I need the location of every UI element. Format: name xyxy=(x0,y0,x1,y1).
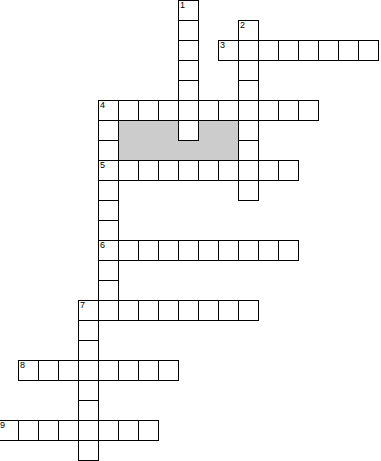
cell-r8-c14[interactable] xyxy=(278,160,299,181)
cell-r8-c12[interactable] xyxy=(238,160,259,181)
cell-r12-c11[interactable] xyxy=(218,240,239,261)
cell-r15-c10[interactable] xyxy=(198,300,219,321)
cell-r18-c3[interactable] xyxy=(58,360,79,381)
shaded-cell-r7-c7 xyxy=(138,140,159,161)
cell-r12-c5[interactable]: 6 xyxy=(98,240,119,261)
cell-r6-c12[interactable] xyxy=(238,120,259,141)
cell-r21-c2[interactable] xyxy=(38,420,59,441)
cell-r4-c12[interactable] xyxy=(238,80,259,101)
cell-r4-c9[interactable] xyxy=(178,80,199,101)
cell-r5-c13[interactable] xyxy=(258,100,279,121)
shaded-cell-r7-c8 xyxy=(158,140,179,161)
cell-r5-c14[interactable] xyxy=(278,100,299,121)
cell-r12-c9[interactable] xyxy=(178,240,199,261)
cell-r8-c8[interactable] xyxy=(158,160,179,181)
cell-r15-c11[interactable] xyxy=(218,300,239,321)
cell-r12-c10[interactable] xyxy=(198,240,219,261)
cell-r20-c4[interactable] xyxy=(78,400,99,421)
cell-r6-c5[interactable] xyxy=(98,120,119,141)
cell-r7-c12[interactable] xyxy=(238,140,259,161)
cell-r5-c7[interactable] xyxy=(138,100,159,121)
cell-r15-c7[interactable] xyxy=(138,300,159,321)
cell-r21-c1[interactable] xyxy=(18,420,39,441)
cell-r21-c5[interactable] xyxy=(98,420,119,441)
cell-r21-c6[interactable] xyxy=(118,420,139,441)
cell-r2-c14[interactable] xyxy=(278,40,299,61)
cell-r2-c18[interactable] xyxy=(358,40,379,61)
cell-r21-c7[interactable] xyxy=(138,420,159,441)
shaded-cell-r6-c6 xyxy=(118,120,139,141)
cell-r8-c5[interactable]: 5 xyxy=(98,160,119,181)
cell-r15-c4[interactable]: 7 xyxy=(78,300,99,321)
clue-number: 7 xyxy=(80,301,85,310)
clue-number: 9 xyxy=(0,421,5,430)
cell-r2-c13[interactable] xyxy=(258,40,279,61)
cell-r12-c6[interactable] xyxy=(118,240,139,261)
clue-number: 6 xyxy=(100,241,105,250)
shaded-cell-r7-c10 xyxy=(198,140,219,161)
cell-r8-c13[interactable] xyxy=(258,160,279,181)
cell-r8-c11[interactable] xyxy=(218,160,239,181)
cell-r8-c10[interactable] xyxy=(198,160,219,181)
cell-r16-c4[interactable] xyxy=(78,320,99,341)
cell-r12-c8[interactable] xyxy=(158,240,179,261)
cell-r1-c9[interactable] xyxy=(178,20,199,41)
cell-r10-c5[interactable] xyxy=(98,200,119,221)
cell-r0-c9[interactable]: 1 xyxy=(178,0,199,21)
shaded-cell-r6-c10 xyxy=(198,120,219,141)
cell-r2-c11[interactable]: 3 xyxy=(218,40,239,61)
cell-r12-c13[interactable] xyxy=(258,240,279,261)
cell-r15-c12[interactable] xyxy=(238,300,259,321)
cell-r5-c6[interactable] xyxy=(118,100,139,121)
cell-r2-c9[interactable] xyxy=(178,40,199,61)
cell-r17-c4[interactable] xyxy=(78,340,99,361)
cell-r22-c4[interactable] xyxy=(78,440,99,461)
cell-r12-c12[interactable] xyxy=(238,240,259,261)
cell-r5-c9[interactable] xyxy=(178,100,199,121)
cell-r14-c5[interactable] xyxy=(98,280,119,301)
cell-r18-c1[interactable]: 8 xyxy=(18,360,39,381)
cell-r5-c5[interactable]: 4 xyxy=(98,100,119,121)
shaded-cell-r7-c11 xyxy=(218,140,239,161)
cell-r5-c15[interactable] xyxy=(298,100,319,121)
crossword-board: 123456789 xyxy=(0,0,381,461)
cell-r9-c5[interactable] xyxy=(98,180,119,201)
cell-r13-c5[interactable] xyxy=(98,260,119,281)
clue-number: 2 xyxy=(240,21,245,30)
clue-number: 1 xyxy=(180,1,185,10)
cell-r15-c6[interactable] xyxy=(118,300,139,321)
cell-r21-c4[interactable] xyxy=(78,420,99,441)
cell-r7-c5[interactable] xyxy=(98,140,119,161)
cell-r15-c9[interactable] xyxy=(178,300,199,321)
cell-r5-c12[interactable] xyxy=(238,100,259,121)
cell-r8-c9[interactable] xyxy=(178,160,199,181)
cell-r18-c5[interactable] xyxy=(98,360,119,381)
clue-number: 8 xyxy=(20,361,25,370)
shaded-cell-r6-c8 xyxy=(158,120,179,141)
cell-r2-c17[interactable] xyxy=(338,40,359,61)
cell-r18-c4[interactable] xyxy=(78,360,99,381)
cell-r8-c6[interactable] xyxy=(118,160,139,181)
clue-number: 5 xyxy=(100,161,105,170)
cell-r15-c5[interactable] xyxy=(98,300,119,321)
cell-r9-c12[interactable] xyxy=(238,180,259,201)
shaded-cell-r7-c9 xyxy=(178,140,199,161)
cell-r5-c11[interactable] xyxy=(218,100,239,121)
cell-r21-c0[interactable]: 9 xyxy=(0,420,19,441)
cell-r2-c12[interactable] xyxy=(238,40,259,61)
cell-r21-c3[interactable] xyxy=(58,420,79,441)
cell-r18-c7[interactable] xyxy=(138,360,159,381)
cell-r2-c16[interactable] xyxy=(318,40,339,61)
shaded-cell-r7-c6 xyxy=(118,140,139,161)
cell-r8-c7[interactable] xyxy=(138,160,159,181)
cell-r12-c7[interactable] xyxy=(138,240,159,261)
cell-r15-c8[interactable] xyxy=(158,300,179,321)
cell-r3-c12[interactable] xyxy=(238,60,259,81)
cell-r18-c8[interactable] xyxy=(158,360,179,381)
cell-r3-c9[interactable] xyxy=(178,60,199,81)
cell-r6-c9[interactable] xyxy=(178,120,199,141)
cell-r12-c14[interactable] xyxy=(278,240,299,261)
shaded-cell-r6-c11 xyxy=(218,120,239,141)
clue-number: 3 xyxy=(220,41,225,50)
cell-r2-c15[interactable] xyxy=(298,40,319,61)
cell-r1-c12[interactable]: 2 xyxy=(238,20,259,41)
cell-r19-c4[interactable] xyxy=(78,380,99,401)
clue-number: 4 xyxy=(100,101,105,110)
cell-r18-c2[interactable] xyxy=(38,360,59,381)
cell-r11-c5[interactable] xyxy=(98,220,119,241)
cell-r5-c8[interactable] xyxy=(158,100,179,121)
cell-r5-c10[interactable] xyxy=(198,100,219,121)
cell-r18-c6[interactable] xyxy=(118,360,139,381)
shaded-cell-r6-c7 xyxy=(138,120,159,141)
